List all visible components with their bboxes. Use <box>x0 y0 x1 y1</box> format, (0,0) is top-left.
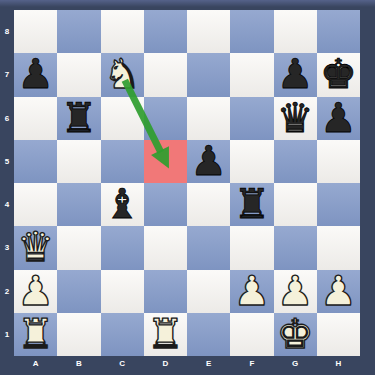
square-b5[interactable] <box>57 140 100 183</box>
white-queen-piece: ♛ <box>17 226 54 269</box>
square-b7[interactable] <box>57 53 100 96</box>
square-d6[interactable] <box>144 97 187 140</box>
black-pawn-piece: ♟ <box>17 53 54 96</box>
square-c5[interactable] <box>101 140 144 183</box>
square-d7[interactable] <box>144 53 187 96</box>
square-c2[interactable] <box>101 270 144 313</box>
square-c3[interactable] <box>101 226 144 269</box>
rank-label-8: 8 <box>0 10 14 53</box>
square-f5[interactable] <box>230 140 273 183</box>
square-f8[interactable] <box>230 10 273 53</box>
square-a7[interactable]: ♟ <box>14 53 57 96</box>
square-d3[interactable] <box>144 226 187 269</box>
square-e1[interactable] <box>187 313 230 356</box>
square-h3[interactable] <box>317 226 360 269</box>
black-bishop-piece: ♝ <box>104 183 141 226</box>
square-a1[interactable]: ♜ <box>14 313 57 356</box>
rank-label-4: 4 <box>0 183 14 226</box>
white-pawn-piece: ♟ <box>320 270 357 313</box>
black-king-piece: ♚ <box>320 53 357 96</box>
black-rook-piece: ♜ <box>60 97 97 140</box>
square-a4[interactable] <box>14 183 57 226</box>
square-a6[interactable] <box>14 97 57 140</box>
black-pawn-piece: ♟ <box>277 53 314 96</box>
square-b6[interactable]: ♜ <box>57 97 100 140</box>
square-a8[interactable] <box>14 10 57 53</box>
square-d2[interactable] <box>144 270 187 313</box>
rank-label-2: 2 <box>0 270 14 313</box>
square-b3[interactable] <box>57 226 100 269</box>
white-rook-piece: ♜ <box>147 313 184 356</box>
square-e3[interactable] <box>187 226 230 269</box>
file-label-h: H <box>317 356 360 371</box>
rank-label-5: 5 <box>0 140 14 183</box>
square-f3[interactable] <box>230 226 273 269</box>
square-c6[interactable] <box>101 97 144 140</box>
black-rook-piece: ♜ <box>233 183 270 226</box>
square-g1[interactable]: ♚ <box>274 313 317 356</box>
black-pawn-piece: ♟ <box>190 140 227 183</box>
square-d5[interactable] <box>144 140 187 183</box>
chess-board: ♟♞♟♚♜♛♟♟♝♜♛♟♟♟♟♜♜♚ <box>14 10 360 356</box>
square-c1[interactable] <box>101 313 144 356</box>
square-g8[interactable] <box>274 10 317 53</box>
square-b8[interactable] <box>57 10 100 53</box>
square-h1[interactable] <box>317 313 360 356</box>
square-b1[interactable] <box>57 313 100 356</box>
file-label-f: F <box>230 356 273 371</box>
file-labels: ABCDEFGH <box>14 356 360 371</box>
square-b4[interactable] <box>57 183 100 226</box>
square-g6[interactable]: ♛ <box>274 97 317 140</box>
square-c4[interactable]: ♝ <box>101 183 144 226</box>
black-pawn-piece: ♟ <box>320 97 357 140</box>
square-g4[interactable] <box>274 183 317 226</box>
square-d4[interactable] <box>144 183 187 226</box>
file-label-a: A <box>14 356 57 371</box>
square-g5[interactable] <box>274 140 317 183</box>
square-g7[interactable]: ♟ <box>274 53 317 96</box>
square-f6[interactable] <box>230 97 273 140</box>
square-c7[interactable]: ♞ <box>101 53 144 96</box>
rank-label-6: 6 <box>0 97 14 140</box>
square-h2[interactable]: ♟ <box>317 270 360 313</box>
square-a2[interactable]: ♟ <box>14 270 57 313</box>
square-b2[interactable] <box>57 270 100 313</box>
square-g2[interactable]: ♟ <box>274 270 317 313</box>
square-h5[interactable] <box>317 140 360 183</box>
rank-label-7: 7 <box>0 53 14 96</box>
square-h8[interactable] <box>317 10 360 53</box>
black-queen-piece: ♛ <box>277 97 314 140</box>
square-e7[interactable] <box>187 53 230 96</box>
square-e4[interactable] <box>187 183 230 226</box>
white-king-piece: ♚ <box>277 313 314 356</box>
file-label-g: G <box>274 356 317 371</box>
square-f4[interactable]: ♜ <box>230 183 273 226</box>
square-e6[interactable] <box>187 97 230 140</box>
white-knight-piece: ♞ <box>104 53 141 96</box>
square-g3[interactable] <box>274 226 317 269</box>
square-f7[interactable] <box>230 53 273 96</box>
square-d8[interactable] <box>144 10 187 53</box>
square-e5[interactable]: ♟ <box>187 140 230 183</box>
white-pawn-piece: ♟ <box>233 270 270 313</box>
white-pawn-piece: ♟ <box>277 270 314 313</box>
file-label-b: B <box>57 356 100 371</box>
white-rook-piece: ♜ <box>17 313 54 356</box>
file-label-e: E <box>187 356 230 371</box>
square-c8[interactable] <box>101 10 144 53</box>
square-f2[interactable]: ♟ <box>230 270 273 313</box>
square-f1[interactable] <box>230 313 273 356</box>
file-label-d: D <box>144 356 187 371</box>
square-e2[interactable] <box>187 270 230 313</box>
rank-label-3: 3 <box>0 226 14 269</box>
square-h4[interactable] <box>317 183 360 226</box>
square-h7[interactable]: ♚ <box>317 53 360 96</box>
square-a3[interactable]: ♛ <box>14 226 57 269</box>
square-d1[interactable]: ♜ <box>144 313 187 356</box>
square-h6[interactable]: ♟ <box>317 97 360 140</box>
rank-label-1: 1 <box>0 313 14 356</box>
square-e8[interactable] <box>187 10 230 53</box>
rank-labels: 87654321 <box>0 10 14 356</box>
square-a5[interactable] <box>14 140 57 183</box>
file-label-c: C <box>101 356 144 371</box>
chess-board-frame: 87654321 ABCDEFGH ♟♞♟♚♜♛♟♟♝♜♛♟♟♟♟♜♜♚ <box>0 0 375 375</box>
white-pawn-piece: ♟ <box>17 270 54 313</box>
